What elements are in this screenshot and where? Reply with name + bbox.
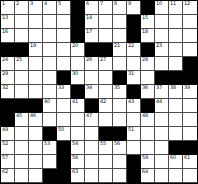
white-cell[interactable]: 34 (85, 85, 99, 99)
white-cell[interactable] (155, 113, 169, 127)
clue-number: 51 (128, 127, 134, 132)
clue-number: 41 (72, 99, 78, 104)
white-cell[interactable]: 48 (141, 113, 155, 127)
clue-number: 14 (86, 15, 92, 20)
black-cell (57, 155, 71, 169)
white-cell[interactable]: 45 (15, 113, 29, 127)
clue-number: 28 (142, 57, 148, 62)
white-cell[interactable] (43, 113, 57, 127)
white-cell[interactable]: 29 (1, 71, 15, 85)
clue-number: 21 (114, 43, 120, 48)
clue-number: 46 (30, 113, 36, 118)
black-cell (43, 127, 57, 141)
white-cell[interactable]: 62 (1, 169, 15, 183)
clue-number: 20 (72, 43, 78, 48)
clue-number: 60 (170, 155, 176, 160)
black-cell (15, 99, 29, 113)
white-cell[interactable] (29, 85, 43, 99)
clue-number: 10 (156, 1, 162, 6)
white-cell[interactable] (99, 113, 113, 127)
white-cell[interactable] (169, 29, 183, 43)
white-cell[interactable] (85, 71, 99, 85)
clue-number: 59 (142, 155, 148, 160)
white-cell[interactable]: 44 (155, 99, 169, 113)
white-cell[interactable]: 53 (43, 141, 57, 155)
white-cell[interactable]: 58 (71, 155, 85, 169)
white-cell[interactable]: 5 (57, 1, 71, 15)
white-cell[interactable] (169, 43, 183, 57)
white-cell[interactable] (29, 155, 43, 169)
clue-number: 25 (16, 57, 22, 62)
clue-number: 37 (156, 85, 162, 90)
white-cell[interactable] (29, 15, 43, 29)
white-cell[interactable] (57, 57, 71, 71)
white-cell[interactable]: 42 (99, 99, 113, 113)
white-cell[interactable] (169, 15, 183, 29)
white-cell[interactable]: 27 (99, 57, 113, 71)
white-cell[interactable]: 55 (99, 141, 113, 155)
black-cell (127, 155, 141, 169)
clue-number: 27 (100, 57, 106, 62)
black-cell (99, 127, 113, 141)
white-cell[interactable] (57, 113, 71, 127)
clue-number: 9 (128, 1, 131, 6)
black-cell (113, 71, 127, 85)
white-cell[interactable]: 35 (113, 85, 127, 99)
clue-number: 5 (58, 1, 61, 6)
clue-number: 4 (44, 1, 47, 6)
white-cell[interactable]: 21 (113, 43, 127, 57)
clue-number: 8 (114, 1, 117, 6)
white-cell[interactable]: 59 (141, 155, 155, 169)
white-cell[interactable]: 31 (127, 71, 141, 85)
white-cell[interactable] (113, 155, 127, 169)
white-cell[interactable]: 13 (1, 15, 15, 29)
white-cell[interactable] (183, 113, 197, 127)
clue-number: 48 (142, 113, 148, 118)
white-cell[interactable]: 23 (155, 43, 169, 57)
white-cell[interactable] (155, 29, 169, 43)
white-cell[interactable] (15, 155, 29, 169)
white-cell[interactable] (127, 57, 141, 71)
clue-number: 33 (58, 85, 64, 90)
white-cell[interactable]: 19 (29, 43, 43, 57)
clue-number: 18 (142, 29, 148, 34)
white-cell[interactable]: 51 (127, 127, 141, 141)
white-cell[interactable]: 60 (169, 155, 183, 169)
clue-number: 62 (2, 169, 8, 174)
white-cell[interactable] (183, 43, 197, 57)
black-cell (57, 141, 71, 155)
white-cell[interactable] (85, 127, 99, 141)
white-cell[interactable] (155, 155, 169, 169)
white-cell[interactable]: 26 (85, 57, 99, 71)
clue-number: 44 (156, 99, 162, 104)
white-cell[interactable] (71, 113, 85, 127)
clue-number: 7 (100, 1, 103, 6)
clue-number: 16 (2, 29, 8, 34)
black-cell (43, 169, 57, 183)
white-cell[interactable] (155, 57, 169, 71)
black-cell (85, 43, 99, 57)
clue-number: 42 (100, 99, 106, 104)
black-cell (169, 71, 183, 85)
white-cell[interactable] (99, 169, 113, 183)
white-cell[interactable] (29, 29, 43, 43)
clue-number: 52 (2, 141, 8, 146)
white-cell[interactable]: 1 (1, 1, 15, 15)
white-cell[interactable]: 16 (1, 29, 15, 43)
white-cell[interactable] (183, 29, 197, 43)
white-cell[interactable]: 46 (29, 113, 43, 127)
clue-number: 17 (86, 29, 92, 34)
white-cell[interactable]: 6 (85, 1, 99, 15)
white-cell[interactable] (183, 99, 197, 113)
white-cell[interactable]: 33 (57, 85, 71, 99)
white-cell[interactable]: 54 (71, 141, 85, 155)
white-cell[interactable] (71, 127, 85, 141)
black-cell (127, 85, 141, 99)
white-cell[interactable] (183, 127, 197, 141)
white-cell[interactable]: 64 (141, 169, 155, 183)
white-cell[interactable]: 28 (141, 57, 155, 71)
white-cell[interactable] (155, 169, 169, 183)
clue-number: 36 (142, 85, 148, 90)
white-cell[interactable] (155, 15, 169, 29)
clue-number: 49 (2, 127, 8, 132)
white-cell[interactable] (57, 29, 71, 43)
white-cell[interactable] (99, 85, 113, 99)
clue-number: 1 (2, 1, 5, 6)
black-cell (127, 29, 141, 43)
white-cell[interactable] (43, 15, 57, 29)
black-cell (141, 43, 155, 57)
white-cell[interactable] (113, 57, 127, 71)
white-cell[interactable] (43, 57, 57, 71)
white-cell[interactable]: 8 (113, 1, 127, 15)
white-cell[interactable] (183, 15, 197, 29)
black-cell (183, 141, 197, 155)
clue-number: 12 (184, 1, 190, 6)
clue-number: 19 (30, 43, 36, 48)
white-cell[interactable]: 3 (29, 1, 43, 15)
white-cell[interactable] (43, 29, 57, 43)
white-cell[interactable]: 20 (71, 43, 85, 57)
clue-number: 31 (128, 71, 134, 76)
white-cell[interactable] (99, 155, 113, 169)
white-cell[interactable] (43, 43, 57, 57)
white-cell[interactable]: 47 (85, 113, 99, 127)
white-cell[interactable] (43, 155, 57, 169)
white-cell[interactable]: 25 (15, 57, 29, 71)
white-cell[interactable]: 15 (141, 15, 155, 29)
white-cell[interactable] (43, 71, 57, 85)
white-cell[interactable]: 41 (71, 99, 85, 113)
white-cell[interactable] (29, 57, 43, 71)
white-cell[interactable] (113, 99, 127, 113)
white-cell[interactable]: 49 (1, 127, 15, 141)
white-cell[interactable] (29, 141, 43, 155)
clue-number: 61 (184, 155, 190, 160)
white-cell[interactable] (71, 57, 85, 71)
white-cell[interactable] (15, 71, 29, 85)
black-cell (71, 29, 85, 43)
clue-number: 30 (72, 71, 78, 76)
white-cell[interactable]: 24 (1, 57, 15, 71)
white-cell[interactable]: 63 (71, 169, 85, 183)
white-cell[interactable]: 10 (155, 1, 169, 15)
black-cell (85, 99, 99, 113)
white-cell[interactable] (169, 99, 183, 113)
crossword-grid: 1234567891011121314151617181920212223242… (0, 0, 198, 184)
white-cell[interactable]: 38 (169, 85, 183, 99)
white-cell[interactable] (15, 29, 29, 43)
white-cell[interactable]: 30 (71, 71, 85, 85)
white-cell[interactable]: 22 (127, 43, 141, 57)
white-cell[interactable]: 2 (15, 1, 29, 15)
black-cell (1, 113, 15, 127)
white-cell[interactable] (99, 15, 113, 29)
white-cell[interactable] (15, 85, 29, 99)
clue-number: 6 (86, 1, 89, 6)
white-cell[interactable] (29, 71, 43, 85)
white-cell[interactable] (85, 155, 99, 169)
clue-number: 39 (184, 85, 190, 90)
white-cell[interactable] (15, 127, 29, 141)
white-cell[interactable] (169, 113, 183, 127)
black-cell (71, 15, 85, 29)
clue-number: 13 (2, 15, 8, 20)
white-cell[interactable]: 17 (85, 29, 99, 43)
black-cell (141, 1, 155, 15)
black-cell (57, 71, 71, 85)
clue-number: 15 (142, 15, 148, 20)
black-cell (99, 43, 113, 57)
white-cell[interactable] (99, 29, 113, 43)
white-cell[interactable]: 57 (1, 155, 15, 169)
clue-number: 63 (72, 169, 78, 174)
white-cell[interactable] (15, 141, 29, 155)
clue-number: 45 (16, 113, 22, 118)
black-cell (127, 15, 141, 29)
white-cell[interactable]: 32 (1, 85, 15, 99)
white-cell[interactable]: 37 (155, 85, 169, 99)
black-cell (1, 99, 15, 113)
clue-number: 58 (72, 155, 78, 160)
white-cell[interactable] (155, 127, 169, 141)
white-cell[interactable] (29, 169, 43, 183)
white-cell[interactable]: 9 (127, 1, 141, 15)
black-cell (1, 43, 15, 57)
white-cell[interactable] (169, 127, 183, 141)
white-cell[interactable] (85, 141, 99, 155)
white-cell[interactable] (43, 85, 57, 99)
black-cell (29, 99, 43, 113)
clue-number: 57 (2, 155, 8, 160)
white-cell[interactable] (113, 29, 127, 43)
black-cell (169, 141, 183, 155)
white-cell[interactable]: 39 (183, 85, 197, 99)
black-cell (155, 71, 169, 85)
white-cell[interactable] (15, 15, 29, 29)
white-cell[interactable] (113, 169, 127, 183)
clue-number: 47 (86, 113, 92, 118)
clue-number: 54 (72, 141, 78, 146)
clue-number: 35 (114, 85, 120, 90)
white-cell[interactable] (169, 57, 183, 71)
clue-number: 40 (44, 99, 50, 104)
white-cell[interactable]: 56 (113, 141, 127, 155)
clue-number: 29 (2, 71, 8, 76)
white-cell[interactable]: 36 (141, 85, 155, 99)
black-cell (113, 127, 127, 141)
clue-number: 24 (2, 57, 8, 62)
clue-number: 11 (170, 1, 176, 6)
crossword-puzzle: 1234567891011121314151617181920212223242… (0, 0, 198, 184)
white-cell[interactable] (15, 169, 29, 183)
white-cell[interactable] (99, 71, 113, 85)
white-cell[interactable]: 18 (141, 29, 155, 43)
white-cell[interactable]: 7 (99, 1, 113, 15)
white-cell[interactable]: 12 (183, 1, 197, 15)
clue-number: 23 (156, 43, 162, 48)
white-cell[interactable]: 43 (127, 99, 141, 113)
clue-number: 34 (86, 85, 92, 90)
clue-number: 38 (170, 85, 176, 90)
black-cell (127, 169, 141, 183)
white-cell[interactable] (113, 113, 127, 127)
clue-number: 26 (86, 57, 92, 62)
white-cell[interactable] (57, 99, 71, 113)
white-cell[interactable]: 52 (1, 141, 15, 155)
black-cell (183, 71, 197, 85)
white-cell[interactable] (169, 169, 183, 183)
white-cell[interactable]: 11 (169, 1, 183, 15)
white-cell[interactable]: 14 (85, 15, 99, 29)
clue-number: 43 (128, 99, 134, 104)
clue-number: 50 (58, 127, 64, 132)
black-cell (71, 85, 85, 99)
white-cell[interactable] (29, 127, 43, 141)
clue-number: 3 (30, 1, 33, 6)
white-cell[interactable] (141, 71, 155, 85)
clue-number: 55 (100, 141, 106, 146)
black-cell (57, 169, 71, 183)
white-cell[interactable] (127, 113, 141, 127)
white-cell[interactable] (57, 43, 71, 57)
white-cell[interactable] (155, 141, 169, 155)
clue-number: 2 (16, 1, 19, 6)
black-cell (71, 1, 85, 15)
white-cell[interactable] (57, 15, 71, 29)
clue-number: 53 (44, 141, 50, 146)
white-cell[interactable]: 40 (43, 99, 57, 113)
white-cell[interactable]: 61 (183, 155, 197, 169)
clue-number: 22 (128, 43, 134, 48)
black-cell (183, 57, 197, 71)
black-cell (15, 43, 29, 57)
white-cell[interactable] (183, 169, 197, 183)
white-cell[interactable] (113, 15, 127, 29)
black-cell (141, 99, 155, 113)
clue-number: 32 (2, 85, 8, 90)
white-cell[interactable]: 4 (43, 1, 57, 15)
clue-number: 64 (142, 169, 148, 174)
white-cell[interactable] (85, 169, 99, 183)
white-cell[interactable] (141, 141, 155, 155)
clue-number: 56 (114, 141, 120, 146)
white-cell[interactable] (141, 127, 155, 141)
white-cell[interactable] (127, 141, 141, 155)
white-cell[interactable]: 50 (57, 127, 71, 141)
